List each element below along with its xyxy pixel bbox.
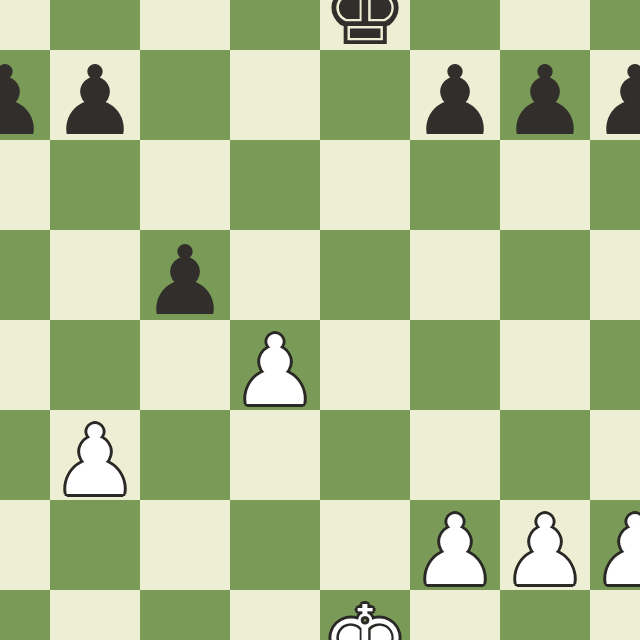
- square-d6[interactable]: [230, 140, 320, 230]
- square-f7[interactable]: ♟: [410, 50, 500, 140]
- square-g2[interactable]: ♟: [500, 500, 590, 590]
- square-d7[interactable]: [230, 50, 320, 140]
- square-f2[interactable]: ♟: [410, 500, 500, 590]
- square-g7[interactable]: ♟: [500, 50, 590, 140]
- square-h7[interactable]: ♟: [590, 50, 640, 140]
- white-pawn[interactable]: ♟: [52, 413, 138, 509]
- white-king[interactable]: ♚: [322, 593, 408, 640]
- square-h5[interactable]: [590, 230, 640, 320]
- square-f3[interactable]: [410, 410, 500, 500]
- black-pawn[interactable]: ♟: [502, 53, 588, 149]
- square-e6[interactable]: [320, 140, 410, 230]
- square-c8[interactable]: [140, 0, 230, 50]
- square-g5[interactable]: [500, 230, 590, 320]
- square-c3[interactable]: [140, 410, 230, 500]
- black-pawn[interactable]: ♟: [52, 53, 138, 149]
- square-e1[interactable]: ♚: [320, 590, 410, 640]
- square-e4[interactable]: [320, 320, 410, 410]
- square-f4[interactable]: [410, 320, 500, 410]
- square-h3[interactable]: [590, 410, 640, 500]
- white-pawn[interactable]: ♟: [502, 503, 588, 599]
- square-g4[interactable]: [500, 320, 590, 410]
- square-a3[interactable]: [0, 410, 50, 500]
- square-b1[interactable]: [50, 590, 140, 640]
- square-b7[interactable]: ♟: [50, 50, 140, 140]
- white-pawn[interactable]: ♟: [412, 503, 498, 599]
- square-d5[interactable]: [230, 230, 320, 320]
- square-e5[interactable]: [320, 230, 410, 320]
- square-b3[interactable]: ♟: [50, 410, 140, 500]
- square-a2[interactable]: [0, 500, 50, 590]
- square-a7[interactable]: ♟: [0, 50, 50, 140]
- square-d8[interactable]: [230, 0, 320, 50]
- white-pawn[interactable]: ♟: [232, 323, 318, 419]
- square-g3[interactable]: [500, 410, 590, 500]
- square-e3[interactable]: [320, 410, 410, 500]
- square-f5[interactable]: [410, 230, 500, 320]
- square-h4[interactable]: [590, 320, 640, 410]
- chess-board: ♚♟♟♟♟♟♟♟♟♟♟♟♚: [0, 0, 640, 640]
- square-a8[interactable]: [0, 0, 50, 50]
- black-king[interactable]: ♚: [322, 0, 408, 59]
- square-c7[interactable]: [140, 50, 230, 140]
- square-d1[interactable]: [230, 590, 320, 640]
- black-pawn[interactable]: ♟: [142, 233, 228, 329]
- square-g8[interactable]: [500, 0, 590, 50]
- square-b4[interactable]: [50, 320, 140, 410]
- chess-board-viewport: ♚♟♟♟♟♟♟♟♟♟♟♟♚: [0, 0, 640, 640]
- square-c5[interactable]: ♟: [140, 230, 230, 320]
- square-b5[interactable]: [50, 230, 140, 320]
- black-pawn[interactable]: ♟: [412, 53, 498, 149]
- square-a5[interactable]: [0, 230, 50, 320]
- square-h8[interactable]: [590, 0, 640, 50]
- square-e2[interactable]: [320, 500, 410, 590]
- square-h2[interactable]: ♟: [590, 500, 640, 590]
- square-d4[interactable]: ♟: [230, 320, 320, 410]
- square-d2[interactable]: [230, 500, 320, 590]
- square-e8[interactable]: ♚: [320, 0, 410, 50]
- square-a1[interactable]: [0, 590, 50, 640]
- square-b8[interactable]: [50, 0, 140, 50]
- black-pawn[interactable]: ♟: [0, 53, 48, 149]
- square-c6[interactable]: [140, 140, 230, 230]
- black-pawn[interactable]: ♟: [592, 53, 640, 149]
- square-f8[interactable]: [410, 0, 500, 50]
- square-c2[interactable]: [140, 500, 230, 590]
- white-pawn[interactable]: ♟: [592, 503, 640, 599]
- square-c1[interactable]: [140, 590, 230, 640]
- square-a4[interactable]: [0, 320, 50, 410]
